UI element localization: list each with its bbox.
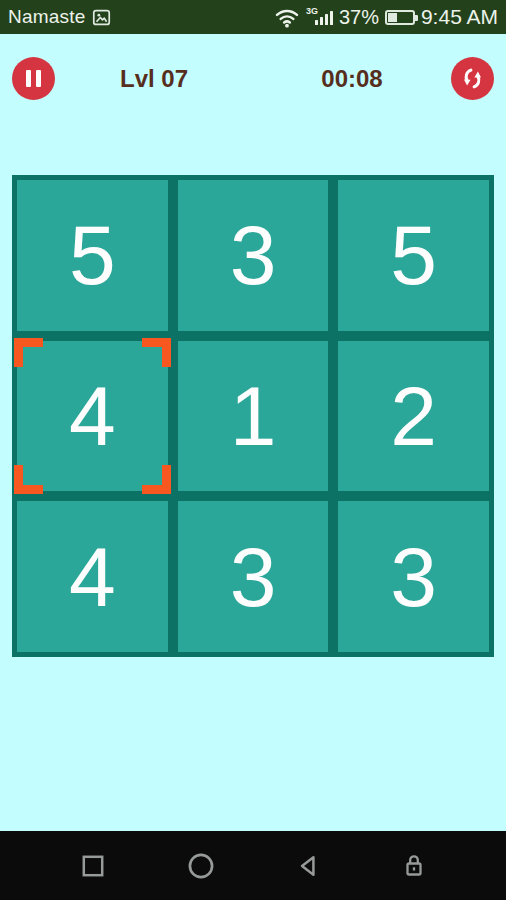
cell-r2c2[interactable]: 1 bbox=[178, 341, 329, 492]
home-icon bbox=[187, 852, 215, 880]
photo-icon bbox=[92, 9, 111, 26]
level-label: Lvl 07 bbox=[55, 65, 253, 93]
android-nav-bar bbox=[0, 831, 506, 900]
cell-value: 4 bbox=[69, 374, 116, 458]
clock-label: 9:45 AM bbox=[421, 5, 498, 29]
lock-icon bbox=[402, 852, 426, 879]
cell-r3c1[interactable]: 4 bbox=[17, 501, 168, 652]
cell-value: 3 bbox=[230, 213, 277, 297]
back-button[interactable] bbox=[295, 853, 321, 879]
wifi-icon bbox=[274, 7, 300, 28]
signal-bars-icon: 3G bbox=[306, 6, 333, 28]
restart-button[interactable] bbox=[451, 57, 494, 100]
cell-r1c2[interactable]: 3 bbox=[178, 180, 329, 331]
selection-corner-icon bbox=[14, 338, 43, 367]
cell-r3c2[interactable]: 3 bbox=[178, 501, 329, 652]
cell-value: 2 bbox=[390, 374, 437, 458]
game-header: Lvl 07 00:08 bbox=[0, 34, 506, 123]
cell-r3c3[interactable]: 3 bbox=[338, 501, 489, 652]
recents-button[interactable] bbox=[80, 853, 106, 879]
status-bar: Namaste 3G bbox=[0, 0, 506, 34]
cell-value: 1 bbox=[230, 374, 277, 458]
cell-value: 5 bbox=[69, 213, 116, 297]
home-button[interactable] bbox=[187, 852, 215, 880]
cell-r1c3[interactable]: 5 bbox=[338, 180, 489, 331]
selection-corner-icon bbox=[142, 465, 171, 494]
selection-corner-icon bbox=[142, 338, 171, 367]
timer-label: 00:08 bbox=[253, 65, 451, 93]
cell-value: 3 bbox=[230, 535, 277, 619]
cell-value: 3 bbox=[390, 535, 437, 619]
selection-corner-icon bbox=[14, 465, 43, 494]
puzzle-board: 5 3 5 4 1 2 4 3 3 bbox=[12, 175, 494, 657]
battery-icon bbox=[385, 10, 415, 25]
sync-icon bbox=[459, 65, 486, 92]
battery-percent-label: 37% bbox=[339, 6, 379, 29]
cell-r2c3[interactable]: 2 bbox=[338, 341, 489, 492]
lock-nav-button[interactable] bbox=[402, 852, 426, 879]
cell-value: 5 bbox=[390, 213, 437, 297]
app-screen: Namaste 3G bbox=[0, 0, 506, 900]
recents-icon bbox=[80, 853, 106, 879]
pause-button[interactable] bbox=[12, 57, 55, 100]
pause-icon bbox=[26, 70, 42, 87]
back-icon bbox=[295, 853, 321, 879]
notification-app-name: Namaste bbox=[8, 6, 85, 28]
cell-r1c1[interactable]: 5 bbox=[17, 180, 168, 331]
cell-r2c1-selected[interactable]: 4 bbox=[17, 341, 168, 492]
cell-value: 4 bbox=[69, 535, 116, 619]
status-right: 3G 37% 9:45 AM bbox=[274, 5, 498, 29]
status-left: Namaste bbox=[8, 6, 111, 28]
